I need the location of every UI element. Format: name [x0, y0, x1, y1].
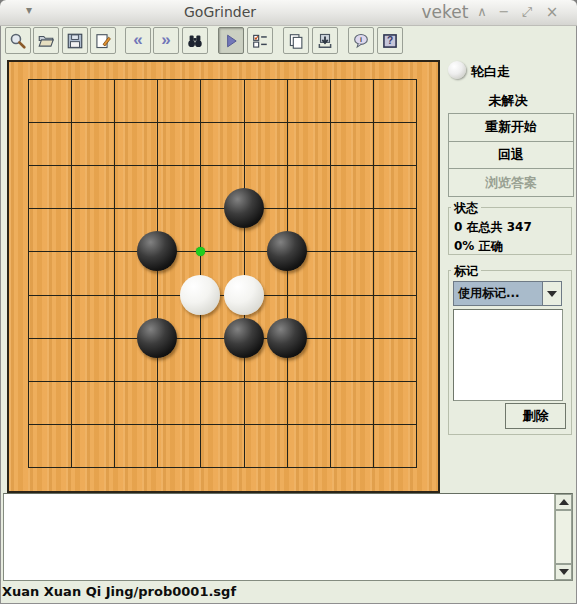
next-move-marker	[196, 247, 205, 256]
chevron-down-icon	[547, 291, 557, 297]
white-stone	[224, 275, 264, 315]
window-menu-icon[interactable]: ▾	[26, 3, 32, 17]
scroll-down-button[interactable]	[555, 564, 572, 580]
copy-button[interactable]	[283, 27, 309, 54]
status-group-title: 状态	[451, 200, 481, 217]
play-icon	[222, 32, 240, 50]
back-chevron-icon: «	[133, 31, 142, 48]
statusbar: Xuan Xuan Qi Jing/prob0001.sgf	[0, 581, 577, 604]
undo-button[interactable]: 回退	[449, 142, 573, 170]
tag-combobox-dropdown-button[interactable]	[542, 282, 561, 305]
speech-bubble-icon: i	[352, 32, 370, 50]
side-panel: 轮白走 未解决 重新开始 回退 浏览答案 状态 0 在总共 347 0% 正确 …	[446, 57, 576, 443]
black-stone	[224, 318, 264, 358]
minimize-button[interactable]: −	[495, 3, 513, 21]
comment-textarea[interactable]	[4, 494, 554, 580]
maximize-button[interactable]: ⤢	[518, 3, 536, 21]
back-button[interactable]: «	[125, 27, 151, 54]
comment-area	[3, 493, 573, 581]
magnifier-icon	[9, 32, 27, 50]
black-stone	[224, 188, 264, 228]
tags-group-title: 标记	[451, 263, 481, 280]
desktop-label: veket	[410, 2, 480, 22]
edit-page-icon	[94, 32, 112, 50]
delete-tag-button[interactable]: 删除	[505, 403, 566, 429]
solve-state-label: 未解决	[446, 92, 570, 110]
save-button[interactable]	[62, 27, 88, 54]
forward-chevron-icon: »	[161, 31, 170, 48]
zoom-button[interactable]	[5, 27, 31, 54]
vertical-scrollbar[interactable]	[554, 494, 572, 580]
scroll-up-button[interactable]	[555, 494, 572, 510]
open-button[interactable]	[33, 27, 59, 54]
forward-button[interactable]: »	[153, 27, 179, 54]
browse-answer-button[interactable]: 浏览答案	[449, 169, 573, 196]
arrow-up-icon	[559, 499, 569, 505]
current-problem-path: Xuan Xuan Qi Jing/prob0001.sgf	[2, 584, 236, 599]
arrow-down-icon	[559, 569, 569, 575]
tag-listbox[interactable]	[453, 309, 563, 401]
binoculars-icon	[186, 32, 204, 50]
percent-correct: 0% 正确	[454, 238, 568, 255]
checklist-icon	[251, 32, 269, 50]
white-stone-turn-icon	[448, 61, 466, 79]
floppy-icon	[66, 32, 84, 50]
shade-button[interactable]: ∧	[473, 3, 491, 21]
scrollbar-thumb[interactable]	[555, 510, 572, 564]
window-title: GoGrinder	[160, 4, 280, 20]
black-stone	[137, 231, 177, 271]
edit-button[interactable]	[90, 27, 116, 54]
svg-text:i: i	[360, 34, 362, 43]
close-button[interactable]: ×	[543, 3, 561, 21]
restart-button[interactable]: 重新开始	[449, 114, 573, 142]
black-stone	[267, 318, 307, 358]
stones-grid	[6, 57, 437, 488]
search-button[interactable]	[182, 27, 208, 54]
options-button[interactable]	[247, 27, 273, 54]
tag-combobox[interactable]: 使用标记...	[453, 281, 562, 306]
tag-combobox-value: 使用标记...	[454, 282, 542, 305]
help-button[interactable]: ?	[377, 27, 403, 54]
copy-pages-icon	[287, 32, 305, 50]
play-button[interactable]	[218, 27, 244, 54]
titlebar: ▾ GoGrinder veket ∧ − ⤢ ×	[0, 0, 577, 26]
comment-button[interactable]: i	[348, 27, 374, 54]
import-button[interactable]	[312, 27, 338, 54]
turn-label: 轮白走	[471, 63, 510, 81]
gogrinder-window: ▾ GoGrinder veket ∧ − ⤢ × « » i ?	[0, 0, 577, 604]
white-stone	[180, 275, 220, 315]
help-icon: ?	[381, 32, 399, 50]
go-board[interactable]	[7, 60, 440, 493]
black-stone	[267, 231, 307, 271]
action-button-stack: 重新开始 回退 浏览答案	[448, 113, 574, 197]
progress-count: 0 在总共 347	[454, 219, 568, 236]
black-stone	[137, 318, 177, 358]
open-folder-icon	[37, 32, 55, 50]
svg-text:?: ?	[387, 35, 393, 46]
import-arrow-icon	[316, 32, 334, 50]
